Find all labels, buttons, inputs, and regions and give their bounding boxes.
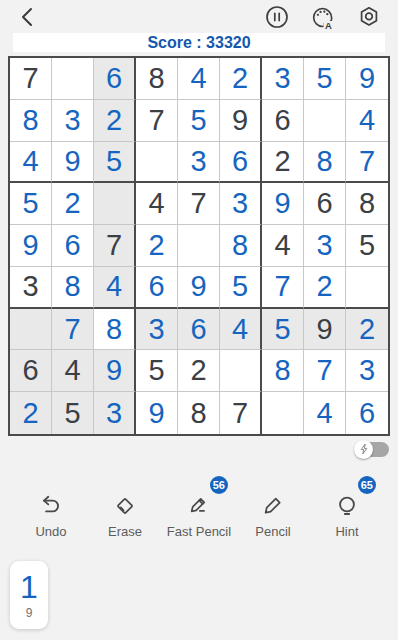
numpad-digit: 1	[20, 571, 38, 603]
back-button[interactable]	[14, 5, 39, 30]
cell-r4c6[interactable]: 3	[220, 183, 262, 225]
cell-r7c9[interactable]: 2	[346, 309, 388, 351]
erase-button[interactable]: Erase	[88, 476, 162, 539]
cell-r1c8[interactable]: 5	[304, 58, 346, 100]
cell-r3c9[interactable]: 7	[346, 142, 388, 184]
cell-r8c9[interactable]: 3	[346, 350, 388, 392]
cell-r4c4[interactable]: 4	[136, 183, 178, 225]
cell-r7c6[interactable]: 4	[220, 309, 262, 351]
cell-r1c9[interactable]: 9	[346, 58, 388, 100]
cell-r4c1[interactable]: 5	[10, 183, 52, 225]
cell-r5c4[interactable]: 2	[136, 225, 178, 267]
cell-r9c6[interactable]: 7	[220, 392, 262, 434]
pause-icon	[265, 5, 289, 29]
pencil-icon	[260, 493, 286, 519]
cell-r8c3[interactable]: 9	[94, 350, 136, 392]
hint-badge: 65	[358, 476, 376, 494]
fast-pencil-icon	[186, 493, 212, 519]
cell-r3c5[interactable]: 3	[178, 142, 220, 184]
cell-r5c2[interactable]: 6	[52, 225, 94, 267]
fast-mode-toggle[interactable]	[355, 442, 389, 457]
cell-r2c8[interactable]	[304, 100, 346, 142]
cell-r8c5[interactable]: 2	[178, 350, 220, 392]
cell-r9c8[interactable]: 4	[304, 392, 346, 434]
cell-r8c8[interactable]: 7	[304, 350, 346, 392]
cell-r7c8[interactable]: 9	[304, 309, 346, 351]
cell-r6c4[interactable]: 6	[136, 267, 178, 309]
cell-r4c2[interactable]: 2	[52, 183, 94, 225]
cell-r2c3[interactable]: 2	[94, 100, 136, 142]
numpad: 1 9	[10, 561, 398, 629]
cell-r1c4[interactable]: 8	[136, 58, 178, 100]
cell-r8c2[interactable]: 4	[52, 350, 94, 392]
pause-button[interactable]	[264, 5, 289, 30]
fast-pencil-badge: 56	[210, 476, 228, 494]
hint-button[interactable]: 65 Hint	[310, 476, 384, 539]
cell-r3c6[interactable]: 6	[220, 142, 262, 184]
cell-r1c6[interactable]: 2	[220, 58, 262, 100]
cell-r9c5[interactable]: 8	[178, 392, 220, 434]
back-icon	[20, 7, 34, 27]
cell-r6c3[interactable]: 4	[94, 267, 136, 309]
cell-r6c7[interactable]: 7	[262, 267, 304, 309]
cell-r5c7[interactable]: 4	[262, 225, 304, 267]
cell-r7c2[interactable]: 7	[52, 309, 94, 351]
pencil-button[interactable]: Pencil	[236, 476, 310, 539]
cell-r6c1[interactable]: 3	[10, 267, 52, 309]
toggle-knob	[354, 440, 373, 459]
cell-r4c9[interactable]: 8	[346, 183, 388, 225]
cell-r8c7[interactable]: 8	[262, 350, 304, 392]
cell-r9c9[interactable]: 6	[346, 392, 388, 434]
cell-r1c7[interactable]: 3	[262, 58, 304, 100]
cell-r6c5[interactable]: 9	[178, 267, 220, 309]
cell-r6c6[interactable]: 5	[220, 267, 262, 309]
cell-r9c7[interactable]	[262, 392, 304, 434]
cell-r8c4[interactable]: 5	[136, 350, 178, 392]
erase-label: Erase	[108, 524, 142, 539]
cell-r1c2[interactable]	[52, 58, 94, 100]
hint-icon	[334, 493, 360, 519]
cell-r2c4[interactable]: 7	[136, 100, 178, 142]
cell-r2c2[interactable]: 3	[52, 100, 94, 142]
cell-r5c5[interactable]	[178, 225, 220, 267]
cell-r3c8[interactable]: 8	[304, 142, 346, 184]
cell-r3c3[interactable]: 5	[94, 142, 136, 184]
cell-r4c8[interactable]: 6	[304, 183, 346, 225]
undo-label: Undo	[35, 524, 66, 539]
erase-icon	[112, 493, 138, 519]
settings-button[interactable]	[356, 5, 381, 30]
cell-r7c1[interactable]	[10, 309, 52, 351]
cell-r3c2[interactable]: 9	[52, 142, 94, 184]
cell-r4c3[interactable]	[94, 183, 136, 225]
cell-r5c6[interactable]: 8	[220, 225, 262, 267]
cell-r5c9[interactable]: 5	[346, 225, 388, 267]
numpad-remaining-count: 9	[26, 607, 33, 619]
cell-r7c7[interactable]: 5	[262, 309, 304, 351]
cell-r2c1[interactable]: 8	[10, 100, 52, 142]
cell-r6c9[interactable]	[346, 267, 388, 309]
cell-r4c5[interactable]: 7	[178, 183, 220, 225]
score-text: Score : 33320	[147, 34, 250, 52]
undo-icon	[38, 493, 64, 519]
cell-r8c6[interactable]	[220, 350, 262, 392]
cell-r9c4[interactable]: 9	[136, 392, 178, 434]
cell-r9c1[interactable]: 2	[10, 392, 52, 434]
cell-r6c2[interactable]: 8	[52, 267, 94, 309]
settings-icon	[357, 5, 381, 29]
cell-r9c2[interactable]: 5	[52, 392, 94, 434]
cell-r8c1[interactable]: 6	[10, 350, 52, 392]
cell-r1c3[interactable]: 6	[94, 58, 136, 100]
numpad-key-1[interactable]: 1 9	[10, 561, 48, 629]
cell-r3c7[interactable]: 2	[262, 142, 304, 184]
cell-r5c3[interactable]: 7	[94, 225, 136, 267]
header: A	[0, 0, 398, 30]
fast-pencil-button[interactable]: 56 Fast Pencil	[162, 476, 236, 539]
toolbar: Undo Erase 56 Fast Pencil Pencil	[0, 476, 398, 539]
cell-r7c3[interactable]: 8	[94, 309, 136, 351]
score-bar: Score : 33320	[13, 33, 385, 52]
cell-r2c9[interactable]: 4	[346, 100, 388, 142]
toggle-row	[0, 436, 398, 459]
cell-r7c4[interactable]: 3	[136, 309, 178, 351]
lightning-icon	[359, 441, 369, 459]
theme-button[interactable]: A	[310, 5, 335, 30]
cell-r3c1[interactable]: 4	[10, 142, 52, 184]
cell-r7c5[interactable]: 6	[178, 309, 220, 351]
cell-r4c7[interactable]: 9	[262, 183, 304, 225]
undo-button[interactable]: Undo	[14, 476, 88, 539]
cell-r3c4[interactable]	[136, 142, 178, 184]
cell-r2c6[interactable]: 9	[220, 100, 262, 142]
hint-label: Hint	[335, 524, 358, 539]
pencil-label: Pencil	[255, 524, 290, 539]
cell-r1c1[interactable]: 7	[10, 58, 52, 100]
cell-r6c8[interactable]: 2	[304, 267, 346, 309]
cell-r5c1[interactable]: 9	[10, 225, 52, 267]
fast-pencil-label: Fast Pencil	[167, 524, 231, 539]
svg-text:A: A	[325, 20, 332, 29]
sudoku-board: 7684235983275964495362875247396896728435…	[8, 56, 390, 436]
cell-r2c7[interactable]: 6	[262, 100, 304, 142]
cell-r5c8[interactable]: 3	[304, 225, 346, 267]
cell-r9c3[interactable]: 3	[94, 392, 136, 434]
cell-r2c5[interactable]: 5	[178, 100, 220, 142]
theme-palette-icon: A	[310, 5, 335, 30]
cell-r1c5[interactable]: 4	[178, 58, 220, 100]
